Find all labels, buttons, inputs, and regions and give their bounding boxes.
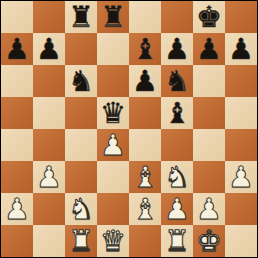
square-g6[interactable] [193,65,225,97]
square-f5[interactable]: ♝ [161,97,193,129]
square-a4[interactable] [1,129,33,161]
black-pawn[interactable]: ♟ [228,33,254,65]
black-pawn[interactable]: ♟ [196,33,222,65]
square-d1[interactable]: ♛ [97,225,129,257]
square-c4[interactable] [65,129,97,161]
white-rook[interactable]: ♜ [68,225,94,257]
square-f8[interactable] [161,1,193,33]
square-f4[interactable] [161,129,193,161]
square-e6[interactable]: ♟ [129,65,161,97]
square-g2[interactable]: ♟ [193,193,225,225]
square-h4[interactable] [225,129,257,161]
square-d3[interactable] [97,161,129,193]
square-d4[interactable]: ♟ [97,129,129,161]
square-d8[interactable]: ♜ [97,1,129,33]
square-e3[interactable]: ♝ [129,161,161,193]
square-d6[interactable] [97,65,129,97]
white-knight[interactable]: ♞ [164,161,190,193]
square-f3[interactable]: ♞ [161,161,193,193]
black-pawn[interactable]: ♟ [132,65,158,97]
white-pawn[interactable]: ♟ [196,193,222,225]
square-g1[interactable]: ♚ [193,225,225,257]
square-a5[interactable] [1,97,33,129]
black-pawn[interactable]: ♟ [36,33,62,65]
white-king[interactable]: ♚ [196,225,222,257]
square-h1[interactable] [225,225,257,257]
square-e7[interactable]: ♝ [129,33,161,65]
square-c5[interactable] [65,97,97,129]
square-b5[interactable] [33,97,65,129]
black-rook[interactable]: ♜ [100,1,126,33]
square-c7[interactable] [65,33,97,65]
black-bishop[interactable]: ♝ [132,33,158,65]
white-pawn[interactable]: ♟ [100,129,126,161]
square-g3[interactable] [193,161,225,193]
square-g7[interactable]: ♟ [193,33,225,65]
black-queen[interactable]: ♛ [100,97,126,129]
square-g5[interactable] [193,97,225,129]
square-b4[interactable] [33,129,65,161]
square-h8[interactable] [225,1,257,33]
black-knight[interactable]: ♞ [164,65,190,97]
square-h2[interactable] [225,193,257,225]
square-c3[interactable] [65,161,97,193]
square-h6[interactable] [225,65,257,97]
square-e4[interactable] [129,129,161,161]
square-a1[interactable] [1,225,33,257]
square-a7[interactable]: ♟ [1,33,33,65]
square-e2[interactable]: ♝ [129,193,161,225]
chess-board: ♜♜♚♟♟♝♟♟♟♞♟♞♛♝♟♟♝♞♟♟♞♝♟♟♜♛♜♚ [0,0,258,258]
square-d2[interactable] [97,193,129,225]
black-pawn[interactable]: ♟ [4,33,30,65]
square-h3[interactable]: ♟ [225,161,257,193]
square-f6[interactable]: ♞ [161,65,193,97]
square-b2[interactable] [33,193,65,225]
square-a3[interactable] [1,161,33,193]
square-d5[interactable]: ♛ [97,97,129,129]
square-e1[interactable] [129,225,161,257]
black-rook[interactable]: ♜ [68,1,94,33]
square-g8[interactable]: ♚ [193,1,225,33]
square-e5[interactable] [129,97,161,129]
white-queen[interactable]: ♛ [100,225,126,257]
square-d7[interactable] [97,33,129,65]
square-a6[interactable] [1,65,33,97]
white-rook[interactable]: ♜ [164,225,190,257]
black-bishop[interactable]: ♝ [164,97,190,129]
square-g4[interactable] [193,129,225,161]
white-bishop[interactable]: ♝ [132,161,158,193]
square-b1[interactable] [33,225,65,257]
square-b7[interactable]: ♟ [33,33,65,65]
square-a2[interactable]: ♟ [1,193,33,225]
square-b6[interactable] [33,65,65,97]
black-pawn[interactable]: ♟ [164,33,190,65]
black-knight[interactable]: ♞ [68,65,94,97]
white-knight[interactable]: ♞ [68,193,94,225]
square-b8[interactable] [33,1,65,33]
square-h5[interactable] [225,97,257,129]
square-e8[interactable] [129,1,161,33]
white-pawn[interactable]: ♟ [228,161,254,193]
white-pawn[interactable]: ♟ [36,161,62,193]
square-c1[interactable]: ♜ [65,225,97,257]
square-c2[interactable]: ♞ [65,193,97,225]
white-pawn[interactable]: ♟ [4,193,30,225]
square-c8[interactable]: ♜ [65,1,97,33]
square-a8[interactable] [1,1,33,33]
square-h7[interactable]: ♟ [225,33,257,65]
board-grid: ♜♜♚♟♟♝♟♟♟♞♟♞♛♝♟♟♝♞♟♟♞♝♟♟♜♛♜♚ [1,1,257,257]
black-king[interactable]: ♚ [196,1,222,33]
white-pawn[interactable]: ♟ [164,193,190,225]
square-c6[interactable]: ♞ [65,65,97,97]
square-f1[interactable]: ♜ [161,225,193,257]
square-f2[interactable]: ♟ [161,193,193,225]
square-b3[interactable]: ♟ [33,161,65,193]
square-f7[interactable]: ♟ [161,33,193,65]
white-bishop[interactable]: ♝ [132,193,158,225]
